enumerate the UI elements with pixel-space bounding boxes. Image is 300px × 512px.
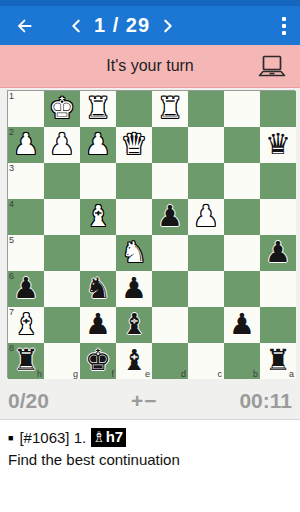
black-king-f8: ♚ bbox=[80, 343, 116, 379]
square-e6[interactable]: ♟ bbox=[116, 271, 152, 307]
square-f5[interactable] bbox=[80, 235, 116, 271]
file-label: h bbox=[37, 369, 42, 379]
square-f3[interactable] bbox=[80, 163, 116, 199]
rank-label: 2 bbox=[9, 127, 14, 137]
move-bullet: ■ bbox=[8, 433, 13, 443]
square-d2[interactable] bbox=[152, 127, 188, 163]
white-queen-e2: ♛ bbox=[116, 127, 152, 163]
square-d6[interactable] bbox=[152, 271, 188, 307]
square-h8[interactable]: 8h♜ bbox=[8, 343, 44, 379]
rank-label: 7 bbox=[9, 307, 14, 317]
timer: 00:11 bbox=[239, 389, 292, 413]
square-a6[interactable] bbox=[260, 271, 296, 307]
rank-label: 4 bbox=[9, 199, 14, 209]
black-knight-f6: ♞ bbox=[80, 271, 116, 307]
square-h2[interactable]: 2♟ bbox=[8, 127, 44, 163]
square-a8[interactable]: a♜ bbox=[260, 343, 296, 379]
black-bishop-e7: ♝ bbox=[116, 307, 152, 343]
square-c3[interactable] bbox=[188, 163, 224, 199]
square-d4[interactable]: ♟ bbox=[152, 199, 188, 235]
square-d3[interactable] bbox=[152, 163, 188, 199]
black-rook-a8: ♜ bbox=[260, 343, 296, 379]
puzzle-status-bar: 0/20 +− 00:11 bbox=[0, 382, 300, 420]
square-c1[interactable] bbox=[188, 91, 224, 127]
rank-label: 5 bbox=[9, 235, 14, 245]
square-f2[interactable]: ♟ bbox=[80, 127, 116, 163]
file-label: e bbox=[145, 369, 150, 379]
puzzle-list-grid-icon[interactable] bbox=[244, 18, 260, 34]
instruction-text: Find the best continuation bbox=[8, 451, 292, 468]
black-pawn-d4: ♟ bbox=[152, 199, 188, 235]
square-a3[interactable] bbox=[260, 163, 296, 199]
square-g2[interactable]: ♟ bbox=[44, 127, 80, 163]
black-pawn-f7: ♟ bbox=[80, 307, 116, 343]
black-pawn-a5: ♟ bbox=[260, 235, 296, 271]
next-puzzle-icon[interactable] bbox=[160, 18, 176, 34]
rank-label: 6 bbox=[9, 271, 14, 281]
square-g3[interactable] bbox=[44, 163, 80, 199]
black-queen-a2: ♛ bbox=[260, 127, 296, 163]
move-bishop-icon: ♗ bbox=[92, 428, 105, 446]
square-d7[interactable] bbox=[152, 307, 188, 343]
black-bishop-e8: ♝ bbox=[116, 343, 152, 379]
square-b2[interactable] bbox=[224, 127, 260, 163]
score-counter: 0/20 bbox=[8, 389, 49, 413]
black-rook-h8: ♜ bbox=[8, 343, 44, 379]
square-e2[interactable]: ♛ bbox=[116, 127, 152, 163]
move-square-text: h7 bbox=[106, 428, 124, 446]
square-d5[interactable] bbox=[152, 235, 188, 271]
square-h3[interactable]: 3 bbox=[8, 163, 44, 199]
white-pawn-c4: ♟ bbox=[188, 199, 224, 235]
square-b4[interactable] bbox=[224, 199, 260, 235]
file-label: d bbox=[181, 369, 186, 379]
square-h4[interactable]: 4 bbox=[8, 199, 44, 235]
file-label: c bbox=[218, 369, 223, 379]
rank-label: 3 bbox=[9, 163, 14, 173]
square-d1[interactable]: ♜ bbox=[152, 91, 188, 127]
square-g1[interactable]: ♚ bbox=[44, 91, 80, 127]
black-pawn-h6: ♟ bbox=[8, 271, 44, 307]
file-label: g bbox=[73, 369, 78, 379]
white-king-g1: ♚ bbox=[44, 91, 80, 127]
black-pawn-e6: ♟ bbox=[116, 271, 152, 307]
square-g7[interactable] bbox=[44, 307, 80, 343]
square-e5[interactable]: ♞ bbox=[116, 235, 152, 271]
white-rook-d1: ♜ bbox=[152, 91, 188, 127]
square-b3[interactable] bbox=[224, 163, 260, 199]
square-e7[interactable]: ♝ bbox=[116, 307, 152, 343]
square-f1[interactable]: ♜ bbox=[80, 91, 116, 127]
white-pawn-h2: ♟ bbox=[8, 127, 44, 163]
info-panel: ■ [#1063] 1. ♗h7 Find the best continuat… bbox=[0, 420, 300, 468]
square-e3[interactable] bbox=[116, 163, 152, 199]
square-c8[interactable]: c bbox=[188, 343, 224, 379]
square-f4[interactable]: ♝ bbox=[80, 199, 116, 235]
rank-label: 1 bbox=[9, 91, 14, 101]
square-a5[interactable]: ♟ bbox=[260, 235, 296, 271]
square-a4[interactable] bbox=[260, 199, 296, 235]
square-c5[interactable] bbox=[188, 235, 224, 271]
square-b8[interactable]: b bbox=[224, 343, 260, 379]
black-pawn-b7: ♟ bbox=[224, 307, 260, 343]
square-g5[interactable] bbox=[44, 235, 80, 271]
board-area: 1♚♜♜2♟♟♟♛♛34♝♟♟5♞♟6♟♞♟7♝♟♝♟8h♜gf♚e♝dcba♜ bbox=[0, 88, 300, 382]
turn-banner-text: It's your turn bbox=[106, 57, 194, 75]
square-h7[interactable]: 7♝ bbox=[8, 307, 44, 343]
square-f8[interactable]: f♚ bbox=[80, 343, 116, 379]
square-c6[interactable] bbox=[188, 271, 224, 307]
highlighted-move[interactable]: ♗h7 bbox=[91, 428, 126, 447]
white-pawn-f2: ♟ bbox=[80, 127, 116, 163]
app-bar: 1 / 29 bbox=[0, 6, 300, 45]
square-b6[interactable] bbox=[224, 271, 260, 307]
white-bishop-f4: ♝ bbox=[80, 199, 116, 235]
prev-puzzle-icon[interactable] bbox=[68, 18, 84, 34]
square-b7[interactable]: ♟ bbox=[224, 307, 260, 343]
chess-board: 1♚♜♜2♟♟♟♛♛34♝♟♟5♞♟6♟♞♟7♝♟♝♟8h♜gf♚e♝dcba♜ bbox=[7, 90, 295, 378]
white-rook-f1: ♜ bbox=[80, 91, 116, 127]
file-label: b bbox=[253, 369, 258, 379]
square-g8[interactable]: g bbox=[44, 343, 80, 379]
adjust-control[interactable]: +− bbox=[49, 389, 240, 413]
square-h5[interactable]: 5 bbox=[8, 235, 44, 271]
puzzle-counter: 1 / 29 bbox=[94, 14, 150, 37]
square-b1[interactable] bbox=[224, 91, 260, 127]
file-label: f bbox=[111, 369, 114, 379]
square-a1[interactable] bbox=[260, 91, 296, 127]
problem-number-and-move: [#1063] 1. bbox=[19, 429, 86, 446]
overflow-menu-icon[interactable] bbox=[282, 17, 286, 35]
square-f7[interactable]: ♟ bbox=[80, 307, 116, 343]
square-a7[interactable] bbox=[260, 307, 296, 343]
square-f6[interactable]: ♞ bbox=[80, 271, 116, 307]
turn-banner: It's your turn bbox=[0, 45, 300, 88]
square-c2[interactable] bbox=[188, 127, 224, 163]
white-pawn-g2: ♟ bbox=[44, 127, 80, 163]
square-e1[interactable] bbox=[116, 91, 152, 127]
back-icon[interactable] bbox=[14, 16, 34, 36]
white-bishop-h7: ♝ bbox=[8, 307, 44, 343]
square-h6[interactable]: 6♟ bbox=[8, 271, 44, 307]
square-c4[interactable]: ♟ bbox=[188, 199, 224, 235]
square-b5[interactable] bbox=[224, 235, 260, 271]
square-e4[interactable] bbox=[116, 199, 152, 235]
square-c7[interactable] bbox=[188, 307, 224, 343]
rank-label: 8 bbox=[9, 343, 14, 353]
computer-opponent-icon[interactable] bbox=[257, 55, 287, 82]
square-h1[interactable]: 1 bbox=[8, 91, 44, 127]
square-d8[interactable]: d bbox=[152, 343, 188, 379]
square-e8[interactable]: e♝ bbox=[116, 343, 152, 379]
square-g6[interactable] bbox=[44, 271, 80, 307]
square-a2[interactable]: ♛ bbox=[260, 127, 296, 163]
file-label: a bbox=[289, 369, 294, 379]
white-knight-e5: ♞ bbox=[116, 235, 152, 271]
square-g4[interactable] bbox=[44, 199, 80, 235]
